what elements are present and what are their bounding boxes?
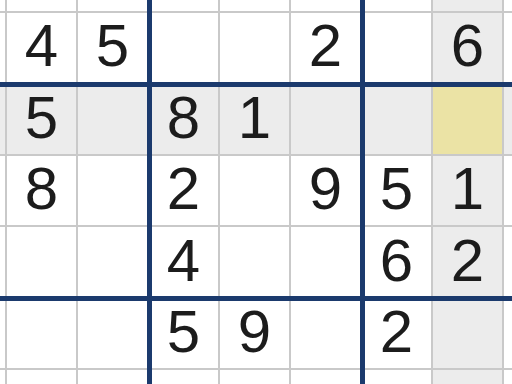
given-digit: 8 — [167, 88, 200, 148]
cell-r2-c9[interactable] — [504, 0, 512, 13]
cell-r4-c8[interactable] — [433, 84, 504, 156]
cell-r7-c3[interactable] — [78, 299, 149, 371]
cell-r8-c1[interactable] — [0, 370, 7, 384]
cell-r5-c2[interactable]: 8 — [7, 156, 78, 228]
cell-r4-c7[interactable] — [362, 84, 433, 156]
cell-r6-c6[interactable] — [291, 227, 362, 299]
cell-r5-c5[interactable] — [220, 156, 291, 228]
cell-r6-c4[interactable]: 4 — [149, 227, 220, 299]
given-digit: 5 — [380, 159, 413, 219]
cell-r3-c8[interactable]: 6 — [433, 13, 504, 85]
cell-r3-c2[interactable]: 4 — [7, 13, 78, 85]
cell-r2-c1[interactable] — [0, 0, 7, 13]
given-digit: 1 — [238, 88, 271, 148]
cell-r4-c1[interactable] — [0, 84, 7, 156]
cell-r2-c5[interactable] — [220, 0, 291, 13]
cell-r4-c9[interactable] — [504, 84, 512, 156]
sudoku-board-viewport: 452658182951462592 — [0, 0, 512, 384]
given-digit: 6 — [451, 16, 484, 76]
cell-r8-c9[interactable] — [504, 370, 512, 384]
given-digit: 2 — [380, 302, 413, 362]
cell-r7-c8[interactable] — [433, 299, 504, 371]
cell-r8-c7[interactable] — [362, 370, 433, 384]
box-border-vertical-right — [360, 0, 365, 384]
cell-r6-c2[interactable] — [7, 227, 78, 299]
cell-r8-c8[interactable] — [433, 370, 504, 384]
cell-r5-c1[interactable] — [0, 156, 7, 228]
cell-r7-c4[interactable]: 5 — [149, 299, 220, 371]
cell-r8-c3[interactable] — [78, 370, 149, 384]
cell-r2-c6[interactable] — [291, 0, 362, 13]
given-digit: 4 — [25, 16, 58, 76]
given-digit: 9 — [238, 302, 271, 362]
cell-r4-c5[interactable]: 1 — [220, 84, 291, 156]
cell-r8-c6[interactable] — [291, 370, 362, 384]
cell-r8-c5[interactable] — [220, 370, 291, 384]
cell-r6-c9[interactable] — [504, 227, 512, 299]
sudoku-board: 452658182951462592 — [0, 0, 512, 384]
given-digit: 6 — [380, 231, 413, 291]
given-digit: 2 — [451, 231, 484, 291]
cell-r2-c8[interactable] — [433, 0, 504, 13]
cell-r3-c3[interactable]: 5 — [78, 13, 149, 85]
cell-r6-c3[interactable] — [78, 227, 149, 299]
cell-r6-c8[interactable]: 2 — [433, 227, 504, 299]
cell-r8-c2[interactable] — [7, 370, 78, 384]
cell-r6-c1[interactable] — [0, 227, 7, 299]
cell-r4-c2[interactable]: 5 — [7, 84, 78, 156]
cell-r3-c9[interactable] — [504, 13, 512, 85]
cell-r3-c5[interactable] — [220, 13, 291, 85]
cell-r7-c6[interactable] — [291, 299, 362, 371]
cell-r4-c4[interactable]: 8 — [149, 84, 220, 156]
given-digit: 2 — [309, 16, 342, 76]
cell-r7-c9[interactable] — [504, 299, 512, 371]
cell-r6-c5[interactable] — [220, 227, 291, 299]
cell-r3-c4[interactable] — [149, 13, 220, 85]
cell-r2-c2[interactable] — [7, 0, 78, 13]
cell-r3-c7[interactable] — [362, 13, 433, 85]
cell-r8-c4[interactable] — [149, 370, 220, 384]
cell-r2-c7[interactable] — [362, 0, 433, 13]
given-digit: 4 — [167, 231, 200, 291]
cell-r6-c7[interactable]: 6 — [362, 227, 433, 299]
box-border-horizontal-top — [0, 82, 512, 87]
cell-r7-c5[interactable]: 9 — [220, 299, 291, 371]
cell-r5-c9[interactable] — [504, 156, 512, 228]
given-digit: 8 — [25, 159, 58, 219]
given-digit: 9 — [309, 159, 342, 219]
box-border-horizontal-bottom — [0, 296, 512, 301]
box-border-vertical-left — [147, 0, 152, 384]
given-digit: 5 — [167, 302, 200, 362]
given-digit: 2 — [167, 159, 200, 219]
cell-r2-c4[interactable] — [149, 0, 220, 13]
cell-r2-c3[interactable] — [78, 0, 149, 13]
cell-r4-c6[interactable] — [291, 84, 362, 156]
cell-r5-c4[interactable]: 2 — [149, 156, 220, 228]
cell-r7-c7[interactable]: 2 — [362, 299, 433, 371]
cell-r5-c7[interactable]: 5 — [362, 156, 433, 228]
cell-r5-c6[interactable]: 9 — [291, 156, 362, 228]
cell-r7-c1[interactable] — [0, 299, 7, 371]
given-digit: 5 — [25, 88, 58, 148]
cell-r3-c6[interactable]: 2 — [291, 13, 362, 85]
cell-r5-c8[interactable]: 1 — [433, 156, 504, 228]
cell-r3-c1[interactable] — [0, 13, 7, 85]
given-digit: 1 — [451, 159, 484, 219]
given-digit: 5 — [96, 16, 129, 76]
cell-r7-c2[interactable] — [7, 299, 78, 371]
cell-r4-c3[interactable] — [78, 84, 149, 156]
cell-r5-c3[interactable] — [78, 156, 149, 228]
